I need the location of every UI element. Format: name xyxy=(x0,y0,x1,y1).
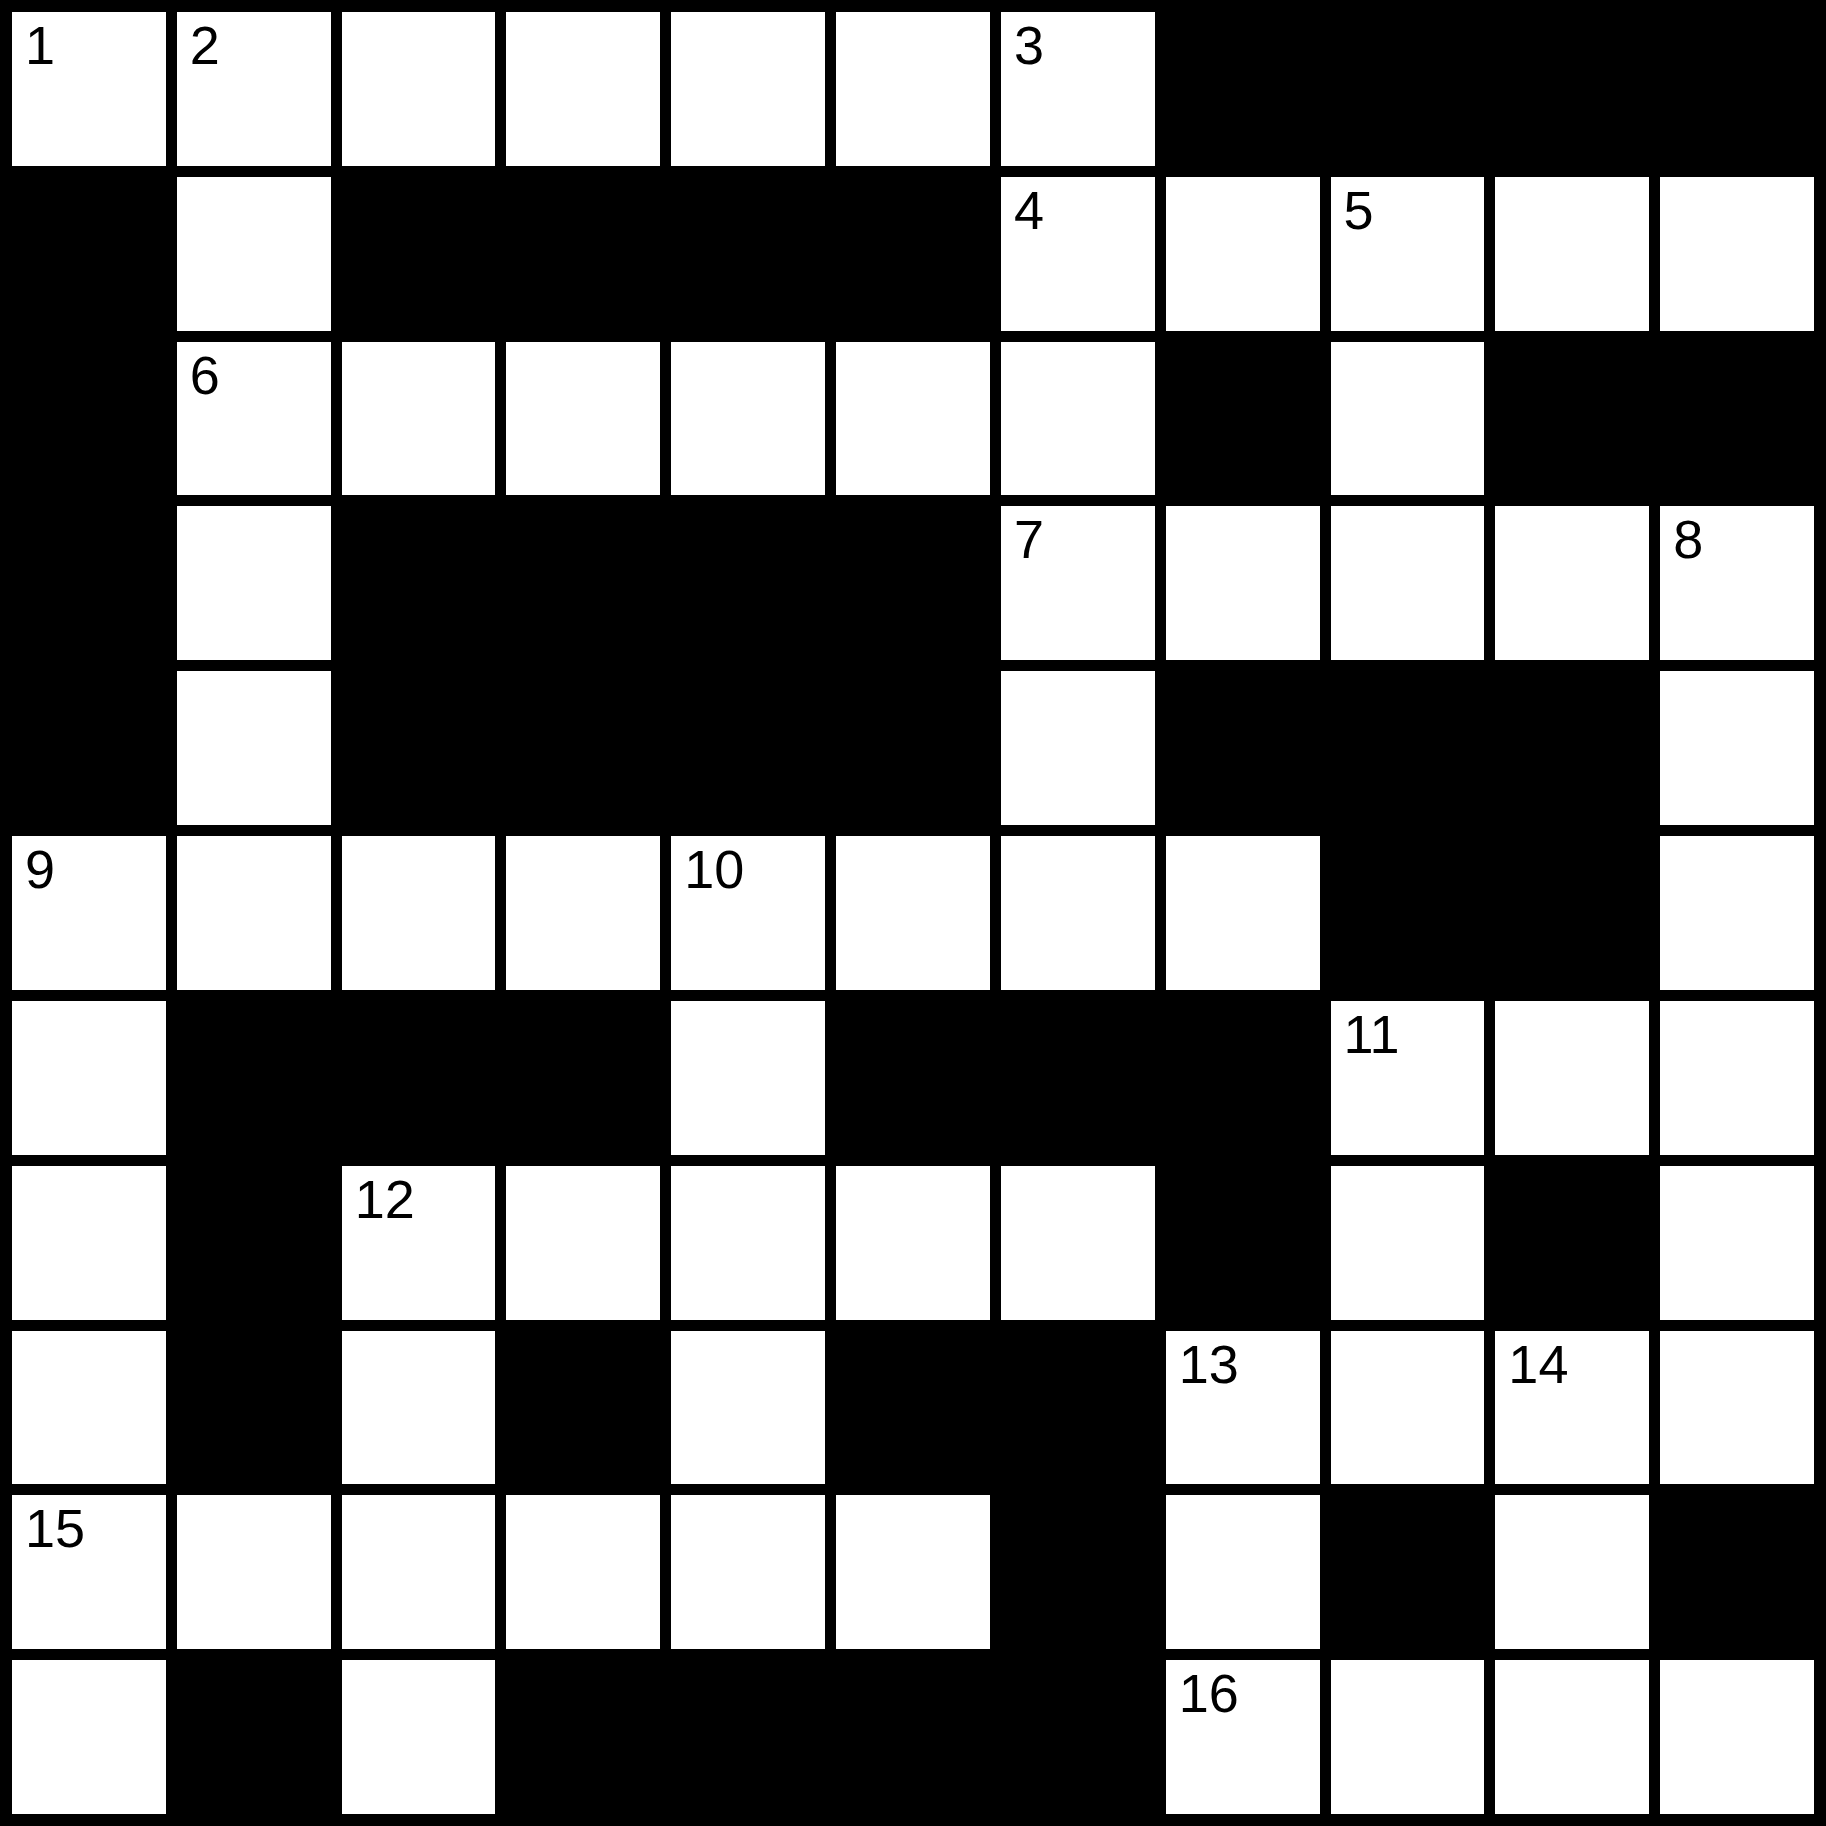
white-cell-r10c10[interactable] xyxy=(1660,1660,1814,1814)
black-cell-r8c1 xyxy=(177,1331,331,1485)
white-cell-r10c0[interactable] xyxy=(12,1660,166,1814)
black-cell-r4c5 xyxy=(836,671,990,825)
white-cell-r9c3[interactable] xyxy=(506,1495,660,1649)
white-cell-r4c10[interactable] xyxy=(1660,671,1814,825)
black-cell-r0c9 xyxy=(1495,12,1649,166)
black-cell-r10c5 xyxy=(836,1660,990,1814)
black-cell-r8c6 xyxy=(1001,1331,1155,1485)
clue-number-3: 3 xyxy=(1014,18,1044,72)
clue-number-4: 4 xyxy=(1014,183,1044,237)
white-cell-r2c6[interactable] xyxy=(1001,342,1155,496)
clue-number-7: 7 xyxy=(1014,512,1044,566)
white-cell-r9c5[interactable] xyxy=(836,1495,990,1649)
white-cell-r2c2[interactable] xyxy=(342,342,496,496)
black-cell-r1c0 xyxy=(12,177,166,331)
clue-number-6: 6 xyxy=(190,348,220,402)
black-cell-r7c9 xyxy=(1495,1166,1649,1320)
black-cell-r2c10 xyxy=(1660,342,1814,496)
black-cell-r3c4 xyxy=(671,506,825,660)
white-cell-r8c10[interactable] xyxy=(1660,1331,1814,1485)
white-cell-r3c9[interactable] xyxy=(1495,506,1649,660)
white-cell-r5c10[interactable] xyxy=(1660,836,1814,990)
black-cell-r10c6 xyxy=(1001,1660,1155,1814)
white-cell-r9c9[interactable] xyxy=(1495,1495,1649,1649)
white-cell-r2c1[interactable]: 6 xyxy=(177,342,331,496)
black-cell-r4c7 xyxy=(1166,671,1320,825)
black-cell-r6c6 xyxy=(1001,1001,1155,1155)
clue-number-10: 10 xyxy=(684,842,744,896)
black-cell-r5c8 xyxy=(1331,836,1485,990)
white-cell-r10c2[interactable] xyxy=(342,1660,496,1814)
white-cell-r3c8[interactable] xyxy=(1331,506,1485,660)
black-cell-r0c7 xyxy=(1166,12,1320,166)
white-cell-r7c2[interactable]: 12 xyxy=(342,1166,496,1320)
black-cell-r4c9 xyxy=(1495,671,1649,825)
white-cell-r2c4[interactable] xyxy=(671,342,825,496)
black-cell-r9c6 xyxy=(1001,1495,1155,1649)
white-cell-r5c3[interactable] xyxy=(506,836,660,990)
black-cell-r6c5 xyxy=(836,1001,990,1155)
black-cell-r10c1 xyxy=(177,1660,331,1814)
black-cell-r3c5 xyxy=(836,506,990,660)
clue-number-12: 12 xyxy=(355,1172,415,1226)
white-cell-r1c1[interactable] xyxy=(177,177,331,331)
black-cell-r9c8 xyxy=(1331,1495,1485,1649)
black-cell-r0c8 xyxy=(1331,12,1485,166)
white-cell-r0c5[interactable] xyxy=(836,12,990,166)
black-cell-r4c4 xyxy=(671,671,825,825)
black-cell-r1c4 xyxy=(671,177,825,331)
white-cell-r0c2[interactable] xyxy=(342,12,496,166)
white-cell-r8c7[interactable]: 13 xyxy=(1166,1331,1320,1485)
white-cell-r9c2[interactable] xyxy=(342,1495,496,1649)
black-cell-r3c2 xyxy=(342,506,496,660)
black-cell-r2c9 xyxy=(1495,342,1649,496)
white-cell-r6c4[interactable] xyxy=(671,1001,825,1155)
white-cell-r9c1[interactable] xyxy=(177,1495,331,1649)
black-cell-r4c8 xyxy=(1331,671,1485,825)
clue-number-13: 13 xyxy=(1179,1337,1239,1391)
white-cell-r6c0[interactable] xyxy=(12,1001,166,1155)
white-cell-r5c0[interactable]: 9 xyxy=(12,836,166,990)
white-cell-r4c6[interactable] xyxy=(1001,671,1155,825)
white-cell-r10c8[interactable] xyxy=(1331,1660,1485,1814)
white-cell-r10c7[interactable]: 16 xyxy=(1166,1660,1320,1814)
white-cell-r7c10[interactable] xyxy=(1660,1166,1814,1320)
white-cell-r7c4[interactable] xyxy=(671,1166,825,1320)
white-cell-r0c3[interactable] xyxy=(506,12,660,166)
white-cell-r0c6[interactable]: 3 xyxy=(1001,12,1155,166)
white-cell-r7c3[interactable] xyxy=(506,1166,660,1320)
black-cell-r9c10 xyxy=(1660,1495,1814,1649)
clue-number-11: 11 xyxy=(1344,1007,1400,1061)
white-cell-r1c6[interactable]: 4 xyxy=(1001,177,1155,331)
clue-number-5: 5 xyxy=(1344,183,1374,237)
black-cell-r1c2 xyxy=(342,177,496,331)
clue-number-14: 14 xyxy=(1508,1337,1568,1391)
black-cell-r5c9 xyxy=(1495,836,1649,990)
black-cell-r6c7 xyxy=(1166,1001,1320,1155)
white-cell-r3c10[interactable]: 8 xyxy=(1660,506,1814,660)
white-cell-r0c0[interactable]: 1 xyxy=(12,12,166,166)
white-cell-r5c4[interactable]: 10 xyxy=(671,836,825,990)
white-cell-r8c8[interactable] xyxy=(1331,1331,1485,1485)
white-cell-r0c1[interactable]: 2 xyxy=(177,12,331,166)
clue-number-9: 9 xyxy=(25,842,55,896)
white-cell-r8c4[interactable] xyxy=(671,1331,825,1485)
white-cell-r3c7[interactable] xyxy=(1166,506,1320,660)
black-cell-r4c0 xyxy=(12,671,166,825)
black-cell-r2c7 xyxy=(1166,342,1320,496)
white-cell-r6c10[interactable] xyxy=(1660,1001,1814,1155)
clue-number-15: 15 xyxy=(25,1501,85,1555)
white-cell-r9c4[interactable] xyxy=(671,1495,825,1649)
white-cell-r2c8[interactable] xyxy=(1331,342,1485,496)
white-cell-r1c8[interactable]: 5 xyxy=(1331,177,1485,331)
clue-number-2: 2 xyxy=(190,18,220,72)
white-cell-r2c5[interactable] xyxy=(836,342,990,496)
white-cell-r2c3[interactable] xyxy=(506,342,660,496)
white-cell-r3c1[interactable] xyxy=(177,506,331,660)
black-cell-r10c3 xyxy=(506,1660,660,1814)
white-cell-r6c8[interactable]: 11 xyxy=(1331,1001,1485,1155)
white-cell-r7c8[interactable] xyxy=(1331,1166,1485,1320)
black-cell-r6c3 xyxy=(506,1001,660,1155)
white-cell-r5c1[interactable] xyxy=(177,836,331,990)
white-cell-r7c6[interactable] xyxy=(1001,1166,1155,1320)
clue-number-1: 1 xyxy=(25,18,55,72)
white-cell-r8c0[interactable] xyxy=(12,1331,166,1485)
white-cell-r7c5[interactable] xyxy=(836,1166,990,1320)
white-cell-r1c9[interactable] xyxy=(1495,177,1649,331)
clue-number-8: 8 xyxy=(1673,512,1703,566)
black-cell-r0c10 xyxy=(1660,12,1814,166)
black-cell-r3c0 xyxy=(12,506,166,660)
white-cell-r8c9[interactable]: 14 xyxy=(1495,1331,1649,1485)
black-cell-r8c5 xyxy=(836,1331,990,1485)
white-cell-r4c1[interactable] xyxy=(177,671,331,825)
white-cell-r5c7[interactable] xyxy=(1166,836,1320,990)
white-cell-r5c5[interactable] xyxy=(836,836,990,990)
black-cell-r4c2 xyxy=(342,671,496,825)
white-cell-r5c6[interactable] xyxy=(1001,836,1155,990)
black-cell-r7c7 xyxy=(1166,1166,1320,1320)
white-cell-r1c7[interactable] xyxy=(1166,177,1320,331)
black-cell-r8c3 xyxy=(506,1331,660,1485)
white-cell-r9c0[interactable]: 15 xyxy=(12,1495,166,1649)
white-cell-r6c9[interactable] xyxy=(1495,1001,1649,1155)
black-cell-r6c1 xyxy=(177,1001,331,1155)
white-cell-r0c4[interactable] xyxy=(671,12,825,166)
white-cell-r8c2[interactable] xyxy=(342,1331,496,1485)
white-cell-r3c6[interactable]: 7 xyxy=(1001,506,1155,660)
black-cell-r2c0 xyxy=(12,342,166,496)
black-cell-r10c4 xyxy=(671,1660,825,1814)
black-cell-r1c3 xyxy=(506,177,660,331)
crossword-grid: 12345678910111213141516 xyxy=(0,0,1826,1826)
white-cell-r9c7[interactable] xyxy=(1166,1495,1320,1649)
white-cell-r10c9[interactable] xyxy=(1495,1660,1649,1814)
clue-number-16: 16 xyxy=(1179,1666,1239,1720)
black-cell-r4c3 xyxy=(506,671,660,825)
black-cell-r7c1 xyxy=(177,1166,331,1320)
black-cell-r6c2 xyxy=(342,1001,496,1155)
white-cell-r1c10[interactable] xyxy=(1660,177,1814,331)
black-cell-r1c5 xyxy=(836,177,990,331)
white-cell-r7c0[interactable] xyxy=(12,1166,166,1320)
black-cell-r3c3 xyxy=(506,506,660,660)
white-cell-r5c2[interactable] xyxy=(342,836,496,990)
